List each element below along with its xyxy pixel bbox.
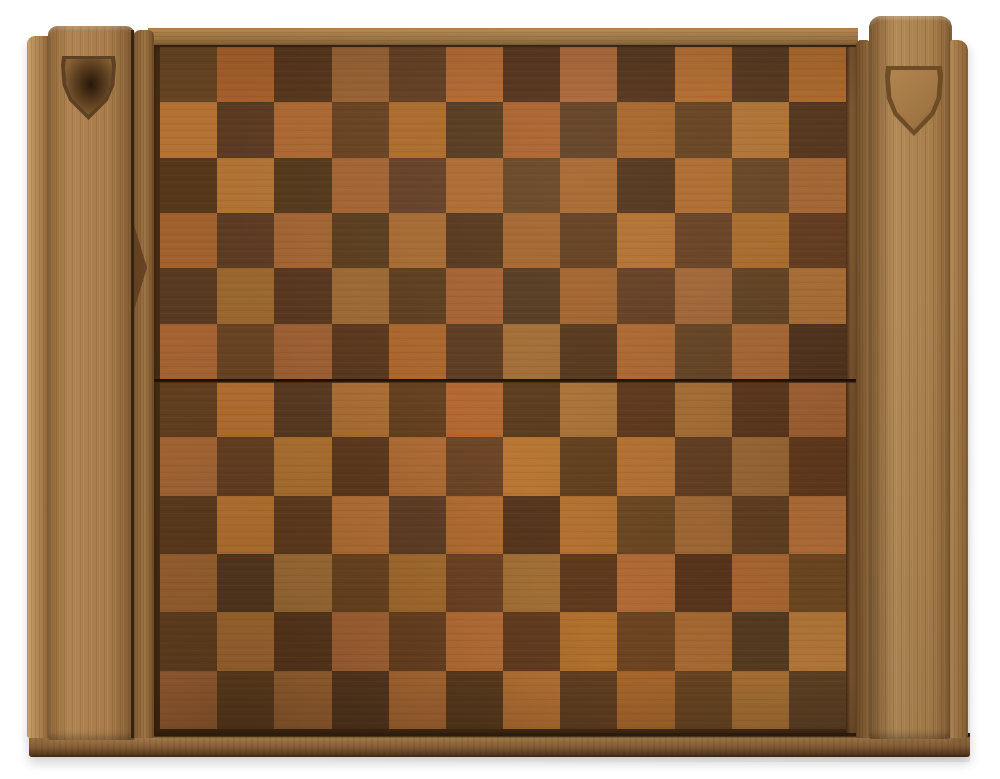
board-square[interactable] (217, 437, 274, 495)
board-square[interactable] (217, 612, 274, 670)
board-square[interactable] (274, 268, 331, 323)
board-square[interactable] (389, 47, 446, 102)
board-square[interactable] (332, 213, 389, 268)
board-square[interactable] (503, 268, 560, 323)
left-rail-notch (134, 225, 147, 310)
board-square[interactable] (560, 671, 617, 729)
board-square[interactable] (675, 213, 732, 268)
board-square[interactable] (617, 213, 674, 268)
board-square[interactable] (675, 158, 732, 213)
board-square[interactable] (332, 268, 389, 323)
board-square[interactable] (789, 324, 846, 379)
board-square[interactable] (617, 268, 674, 323)
board-square[interactable] (560, 102, 617, 157)
board-square[interactable] (389, 158, 446, 213)
board-square[interactable] (274, 554, 331, 612)
board-square[interactable] (446, 496, 503, 554)
board-square[interactable] (217, 324, 274, 379)
right-shield-field (890, 70, 938, 130)
board-photo (0, 0, 1000, 779)
board-square[interactable] (160, 47, 217, 102)
board-square[interactable] (789, 496, 846, 554)
board-square[interactable] (274, 496, 331, 554)
board-square[interactable] (332, 496, 389, 554)
board-square[interactable] (217, 102, 274, 157)
board-square[interactable] (675, 268, 732, 323)
board-square[interactable] (560, 158, 617, 213)
board-square[interactable] (332, 437, 389, 495)
board-square[interactable] (332, 47, 389, 102)
board-square[interactable] (503, 47, 560, 102)
board-square[interactable] (389, 612, 446, 670)
left-shield-carving (61, 56, 116, 120)
board-square[interactable] (675, 379, 732, 437)
board-square[interactable] (446, 268, 503, 323)
board-square[interactable] (332, 102, 389, 157)
left-rail-outer-bevel (27, 36, 50, 738)
board-square[interactable] (503, 379, 560, 437)
board-square[interactable] (332, 158, 389, 213)
board-square[interactable] (617, 102, 674, 157)
board-square[interactable] (217, 158, 274, 213)
checkerboard-panel (152, 42, 858, 738)
board-square[interactable] (332, 612, 389, 670)
board-square[interactable] (617, 496, 674, 554)
board-square[interactable] (675, 437, 732, 495)
board-square[interactable] (160, 379, 217, 437)
board-square[interactable] (217, 379, 274, 437)
board-square[interactable] (274, 213, 331, 268)
board-square[interactable] (274, 379, 331, 437)
board-square[interactable] (446, 612, 503, 670)
board-square[interactable] (789, 379, 846, 437)
board-square[interactable] (617, 324, 674, 379)
bottom-frame-rail (29, 733, 970, 757)
board-square[interactable] (560, 554, 617, 612)
board-square[interactable] (389, 268, 446, 323)
board-square[interactable] (332, 554, 389, 612)
board-square[interactable] (389, 102, 446, 157)
board-square[interactable] (675, 102, 732, 157)
board-square[interactable] (274, 158, 331, 213)
board-square[interactable] (389, 554, 446, 612)
board-square[interactable] (274, 47, 331, 102)
board-square[interactable] (446, 47, 503, 102)
board-square[interactable] (503, 496, 560, 554)
board-square[interactable] (217, 554, 274, 612)
board-square[interactable] (789, 47, 846, 102)
board-square[interactable] (789, 671, 846, 729)
board-square[interactable] (217, 496, 274, 554)
board-square[interactable] (675, 554, 732, 612)
board-square[interactable] (332, 379, 389, 437)
board-square[interactable] (789, 268, 846, 323)
board-square[interactable] (560, 213, 617, 268)
left-rail-main (48, 26, 135, 740)
right-shield-carving (885, 66, 943, 136)
board-square[interactable] (560, 324, 617, 379)
board-square[interactable] (732, 379, 789, 437)
board-square[interactable] (160, 554, 217, 612)
board-square[interactable] (617, 158, 674, 213)
board-square[interactable] (160, 671, 217, 729)
board-square[interactable] (789, 554, 846, 612)
board-square[interactable] (732, 102, 789, 157)
right-rail-outer-bevel (950, 40, 968, 738)
board-square[interactable] (617, 671, 674, 729)
board-square[interactable] (503, 554, 560, 612)
board-square[interactable] (560, 47, 617, 102)
board-square[interactable] (560, 268, 617, 323)
board-square[interactable] (217, 268, 274, 323)
board-square[interactable] (789, 437, 846, 495)
board-square[interactable] (617, 554, 674, 612)
board-square[interactable] (675, 496, 732, 554)
board-square[interactable] (446, 671, 503, 729)
board-square[interactable] (617, 47, 674, 102)
board-square[interactable] (503, 102, 560, 157)
board-square[interactable] (732, 496, 789, 554)
board-square[interactable] (160, 158, 217, 213)
board-square[interactable] (617, 379, 674, 437)
left-rail-inner-strip (134, 30, 154, 738)
board-square[interactable] (160, 612, 217, 670)
board-square[interactable] (446, 324, 503, 379)
board-square[interactable] (675, 324, 732, 379)
board-square[interactable] (560, 496, 617, 554)
top-frame-rail (148, 28, 858, 47)
board-square[interactable] (732, 268, 789, 323)
board-square[interactable] (675, 671, 732, 729)
board-square[interactable] (389, 213, 446, 268)
board-square[interactable] (274, 671, 331, 729)
board-square[interactable] (560, 612, 617, 670)
board-square[interactable] (732, 612, 789, 670)
board-square[interactable] (675, 612, 732, 670)
board-square[interactable] (160, 213, 217, 268)
board-square[interactable] (389, 379, 446, 437)
checkerboard-grid (160, 47, 846, 729)
board-square[interactable] (274, 437, 331, 495)
board-square[interactable] (732, 158, 789, 213)
board-square[interactable] (560, 379, 617, 437)
board-square[interactable] (217, 671, 274, 729)
board-square[interactable] (789, 158, 846, 213)
board-square[interactable] (446, 102, 503, 157)
board-square[interactable] (389, 324, 446, 379)
board-square[interactable] (732, 324, 789, 379)
board-square[interactable] (503, 671, 560, 729)
board-square[interactable] (274, 612, 331, 670)
board-square[interactable] (389, 437, 446, 495)
board-square[interactable] (789, 612, 846, 670)
left-shield-emblem (65, 59, 112, 115)
board-square[interactable] (160, 496, 217, 554)
board-square[interactable] (789, 213, 846, 268)
board-square[interactable] (217, 47, 274, 102)
board-square[interactable] (332, 324, 389, 379)
board-square[interactable] (732, 554, 789, 612)
board-square[interactable] (732, 437, 789, 495)
board-square[interactable] (446, 379, 503, 437)
board-square[interactable] (160, 268, 217, 323)
board-square[interactable] (274, 102, 331, 157)
board-square[interactable] (503, 158, 560, 213)
board-square[interactable] (446, 158, 503, 213)
board-square[interactable] (789, 102, 846, 157)
board-square[interactable] (446, 213, 503, 268)
board-square[interactable] (617, 612, 674, 670)
board-square[interactable] (732, 47, 789, 102)
board-square[interactable] (389, 496, 446, 554)
board-square[interactable] (503, 612, 560, 670)
board-square[interactable] (503, 324, 560, 379)
board-square[interactable] (160, 437, 217, 495)
board-square[interactable] (332, 671, 389, 729)
board-square[interactable] (503, 437, 560, 495)
board-square[interactable] (446, 437, 503, 495)
board-square[interactable] (617, 437, 674, 495)
board-square[interactable] (274, 324, 331, 379)
board-square[interactable] (503, 213, 560, 268)
board-square[interactable] (160, 324, 217, 379)
board-square[interactable] (732, 671, 789, 729)
board-square[interactable] (446, 554, 503, 612)
fold-seam (152, 379, 858, 383)
board-square[interactable] (560, 437, 617, 495)
board-square[interactable] (160, 102, 217, 157)
board-square[interactable] (675, 47, 732, 102)
board-square[interactable] (389, 671, 446, 729)
board-square[interactable] (217, 213, 274, 268)
board-square[interactable] (732, 213, 789, 268)
right-rail-main (869, 16, 952, 739)
